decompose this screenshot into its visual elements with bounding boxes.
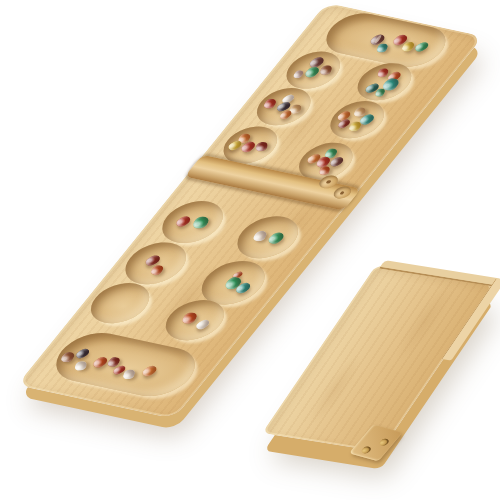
- stone-whiteRed: [292, 70, 305, 79]
- folded-board-bottom-lip: [441, 279, 500, 361]
- stone-orangeRed: [149, 265, 165, 276]
- stone-green: [266, 231, 287, 245]
- stone-black: [74, 347, 92, 360]
- pit-lower-2[interactable]: [320, 97, 394, 142]
- stone-red: [173, 215, 193, 228]
- stone-green: [302, 66, 321, 79]
- stone-teal: [375, 44, 388, 53]
- stone-green: [413, 41, 431, 54]
- stone-orangeRed: [180, 312, 199, 324]
- pit-upper-1[interactable]: [276, 47, 350, 92]
- stone-white: [194, 318, 212, 331]
- pit-upper-2[interactable]: [247, 84, 321, 129]
- hinge-screw: [360, 446, 373, 454]
- pit-upper-5[interactable]: [114, 238, 198, 289]
- pit-upper-4[interactable]: [151, 196, 235, 247]
- stone-clear: [251, 231, 268, 242]
- folded-board-hinge-flap: [349, 424, 403, 461]
- stone-orange: [139, 365, 159, 378]
- mancala-board-folded: [262, 265, 494, 452]
- pit-upper-6[interactable]: [80, 278, 160, 327]
- stone-darkRed: [256, 141, 268, 152]
- folded-board-edge-step: [379, 260, 500, 287]
- product-photo-scene: [0, 0, 500, 500]
- hinge-screw: [378, 438, 391, 446]
- pit-lower-4[interactable]: [226, 212, 310, 263]
- stone-green: [190, 217, 210, 229]
- stone-white: [75, 360, 87, 371]
- stone-brown: [319, 65, 333, 76]
- stone-brown: [59, 352, 76, 362]
